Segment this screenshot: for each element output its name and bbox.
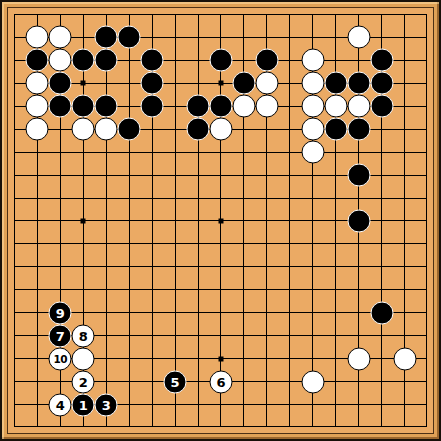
move-number-label: 10 bbox=[54, 353, 68, 364]
white-stone bbox=[255, 95, 278, 118]
black-stone bbox=[95, 95, 118, 118]
black-stone bbox=[72, 95, 95, 118]
black-stone bbox=[347, 209, 370, 232]
black-stone bbox=[255, 49, 278, 72]
star-point bbox=[218, 81, 223, 86]
goban: 97810256413 bbox=[7, 7, 434, 434]
move-10-stone: 10 bbox=[49, 347, 72, 370]
white-stone bbox=[26, 95, 49, 118]
black-stone bbox=[141, 95, 164, 118]
star-point bbox=[81, 81, 86, 86]
white-stone bbox=[301, 141, 324, 164]
black-stone bbox=[141, 72, 164, 95]
black-stone bbox=[118, 118, 141, 141]
black-stone bbox=[72, 49, 95, 72]
black-stone bbox=[347, 72, 370, 95]
black-stone bbox=[324, 72, 347, 95]
star-point bbox=[218, 356, 223, 361]
white-stone bbox=[72, 118, 95, 141]
black-stone bbox=[347, 118, 370, 141]
white-stone bbox=[26, 72, 49, 95]
move-number-label: 4 bbox=[56, 398, 65, 411]
move-3-stone: 3 bbox=[95, 393, 118, 416]
white-stone bbox=[95, 118, 118, 141]
white-stone bbox=[347, 347, 370, 370]
black-stone bbox=[370, 72, 393, 95]
star-point bbox=[218, 218, 223, 223]
black-stone bbox=[232, 72, 255, 95]
black-stone bbox=[370, 49, 393, 72]
white-stone bbox=[301, 72, 324, 95]
black-stone bbox=[324, 118, 347, 141]
white-stone bbox=[347, 26, 370, 49]
black-stone bbox=[209, 49, 232, 72]
white-stone bbox=[232, 95, 255, 118]
black-stone bbox=[49, 95, 72, 118]
black-stone bbox=[370, 95, 393, 118]
star-point bbox=[81, 218, 86, 223]
move-6-stone: 6 bbox=[209, 370, 232, 393]
move-number-label: 8 bbox=[79, 329, 88, 342]
move-number-label: 1 bbox=[79, 398, 88, 411]
move-7-stone: 7 bbox=[49, 324, 72, 347]
white-stone bbox=[301, 49, 324, 72]
black-stone bbox=[370, 301, 393, 324]
white-stone bbox=[324, 95, 347, 118]
white-stone bbox=[49, 49, 72, 72]
black-stone bbox=[141, 49, 164, 72]
white-stone bbox=[255, 72, 278, 95]
white-stone bbox=[347, 95, 370, 118]
move-number-label: 2 bbox=[79, 375, 88, 388]
move-5-stone: 5 bbox=[164, 370, 187, 393]
black-stone bbox=[95, 26, 118, 49]
white-stone bbox=[26, 118, 49, 141]
black-stone bbox=[187, 95, 210, 118]
black-stone bbox=[187, 118, 210, 141]
move-number-label: 3 bbox=[102, 398, 111, 411]
move-number-label: 7 bbox=[56, 329, 65, 342]
white-stone bbox=[301, 95, 324, 118]
black-stone bbox=[95, 49, 118, 72]
white-stone bbox=[393, 347, 416, 370]
move-number-label: 6 bbox=[216, 375, 225, 388]
white-stone bbox=[209, 118, 232, 141]
move-2-stone: 2 bbox=[72, 370, 95, 393]
move-4-stone: 4 bbox=[49, 393, 72, 416]
white-stone bbox=[301, 370, 324, 393]
board-frame: 97810256413 bbox=[0, 0, 441, 441]
move-number-label: 5 bbox=[171, 375, 180, 388]
move-number-label: 9 bbox=[56, 306, 65, 319]
move-8-stone: 8 bbox=[72, 324, 95, 347]
move-9-stone: 9 bbox=[49, 301, 72, 324]
white-stone bbox=[72, 347, 95, 370]
black-stone bbox=[347, 164, 370, 187]
white-stone bbox=[301, 118, 324, 141]
black-stone bbox=[49, 72, 72, 95]
white-stone bbox=[49, 26, 72, 49]
black-stone bbox=[26, 49, 49, 72]
move-1-stone: 1 bbox=[72, 393, 95, 416]
black-stone bbox=[209, 95, 232, 118]
black-stone bbox=[118, 26, 141, 49]
white-stone bbox=[26, 26, 49, 49]
